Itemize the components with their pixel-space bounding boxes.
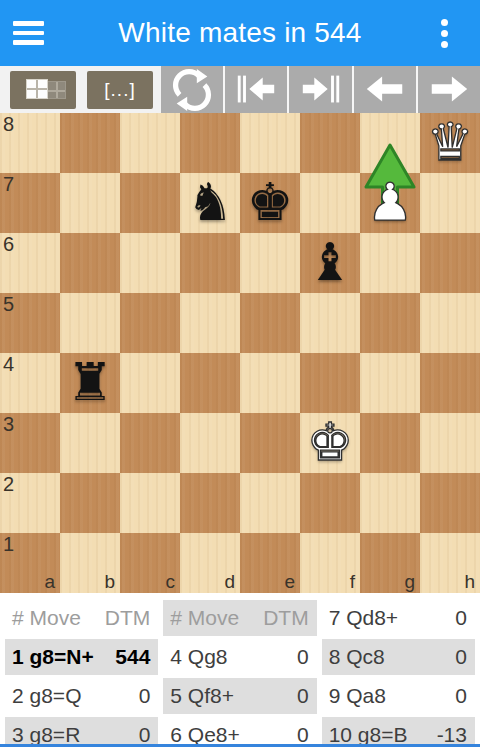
toolbar-left-group: [...]: [0, 66, 161, 113]
white-pawn-g7[interactable]: ♟: [360, 173, 420, 233]
toolbar: [...]: [0, 66, 480, 113]
flip-board-button[interactable]: [161, 66, 223, 113]
arrow-right-icon: [426, 67, 472, 113]
black-knight-d7[interactable]: ♞: [180, 173, 240, 233]
page-title: White mates in 544: [0, 17, 480, 49]
move-row-10[interactable]: 10 g8=B-13: [322, 717, 475, 744]
move-table-header: # MoveDTM: [163, 600, 316, 636]
black-king-e7[interactable]: ♚: [240, 173, 300, 233]
toolbar-right-group: [161, 66, 480, 113]
move-row-9[interactable]: 9 Qa80: [322, 678, 475, 714]
skip-to-end-button[interactable]: [287, 66, 351, 113]
overflow-menu-icon[interactable]: [422, 0, 466, 66]
tablebase-move-list: # MoveDTM1 g8=N+5442 g8=Q03 g8=R0# MoveD…: [0, 593, 480, 744]
arrow-left-icon: [362, 67, 408, 113]
move-row-2[interactable]: 2 g8=Q0: [5, 678, 158, 714]
move-row-6[interactable]: 6 Qe8+0: [163, 717, 316, 744]
board-grid-icon: [20, 77, 66, 103]
skip-to-start-button[interactable]: [223, 66, 287, 113]
next-move-button[interactable]: [416, 66, 480, 113]
move-table-header: # MoveDTM: [5, 600, 158, 636]
black-bishop-f6[interactable]: ♝: [300, 233, 360, 293]
board-editor-button[interactable]: [10, 71, 76, 109]
move-row-4[interactable]: 4 Qg80: [163, 639, 316, 675]
white-queen-h8[interactable]: ♛: [420, 113, 480, 173]
skip-end-icon: [298, 67, 344, 113]
move-row-5[interactable]: 5 Qf8+0: [163, 678, 316, 714]
move-row-1[interactable]: 1 g8=N+544: [5, 639, 158, 675]
black-rook-b4[interactable]: ♜: [60, 353, 120, 413]
move-row-7[interactable]: 7 Qd8+0: [322, 600, 475, 636]
previous-move-button[interactable]: [352, 66, 416, 113]
move-row-8[interactable]: 8 Qc80: [322, 639, 475, 675]
app-bar: White mates in 544: [0, 0, 480, 66]
pieces-layer: ♛♞♚♟♝♜♚: [0, 113, 480, 593]
white-king-f3[interactable]: ♚: [300, 413, 360, 473]
notation-button[interactable]: [...]: [87, 71, 153, 109]
brackets-label: [...]: [104, 79, 135, 101]
move-row-3[interactable]: 3 g8=R0: [5, 717, 158, 744]
refresh-icon: [169, 67, 215, 113]
skip-start-icon: [233, 67, 279, 113]
